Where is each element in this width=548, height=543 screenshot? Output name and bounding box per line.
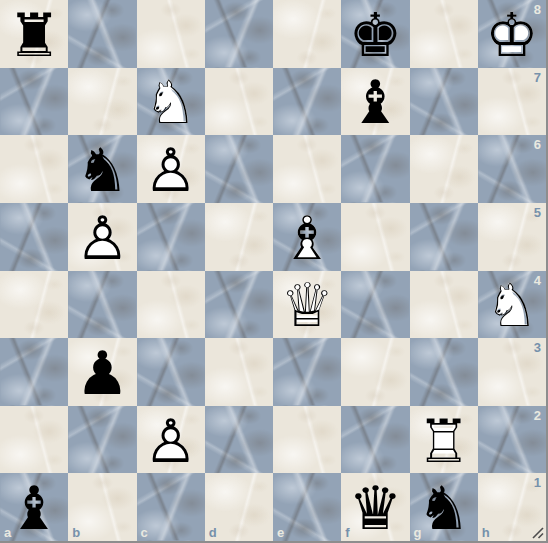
file-label-b: b [72, 525, 80, 540]
white-knight[interactable]: ♞♘ [137, 68, 205, 136]
square-e2[interactable] [273, 406, 341, 474]
square-a5[interactable] [0, 203, 68, 271]
square-g8[interactable] [410, 0, 478, 68]
white-rook-icon: ♖ [417, 411, 471, 471]
square-d1[interactable]: d [205, 473, 273, 541]
square-g4[interactable] [410, 271, 478, 339]
square-g5[interactable] [410, 203, 478, 271]
square-e5[interactable]: ♝♗ [273, 203, 341, 271]
square-a1[interactable]: a♝ [0, 473, 68, 541]
white-pawn[interactable]: ♟♙ [137, 135, 205, 203]
black-knight-icon: ♞ [75, 140, 129, 200]
white-queen-icon: ♕ [280, 275, 334, 335]
square-a7[interactable] [0, 68, 68, 136]
square-c8[interactable] [137, 0, 205, 68]
white-pawn[interactable]: ♟♙ [137, 406, 205, 474]
black-knight[interactable]: ♞ [410, 473, 478, 541]
white-queen[interactable]: ♛♕ [273, 271, 341, 339]
square-a4[interactable] [0, 271, 68, 339]
square-e3[interactable] [273, 338, 341, 406]
square-g6[interactable] [410, 135, 478, 203]
white-pawn-icon: ♙ [144, 140, 198, 200]
square-d7[interactable] [205, 68, 273, 136]
square-a2[interactable] [0, 406, 68, 474]
white-king-icon: ♔ [485, 5, 539, 65]
square-d3[interactable] [205, 338, 273, 406]
black-bishop-icon: ♝ [7, 478, 61, 538]
square-e1[interactable]: e [273, 473, 341, 541]
square-c7[interactable]: ♞♘ [137, 68, 205, 136]
rank-label-1: 1 [534, 475, 541, 490]
white-king[interactable]: ♚♔ [478, 0, 546, 68]
black-king[interactable]: ♚ [341, 0, 409, 68]
square-d2[interactable] [205, 406, 273, 474]
rank-label-5: 5 [534, 205, 541, 220]
square-f2[interactable] [341, 406, 409, 474]
square-c6[interactable]: ♟♙ [137, 135, 205, 203]
square-e8[interactable] [273, 0, 341, 68]
square-c2[interactable]: ♟♙ [137, 406, 205, 474]
black-queen-icon: ♛ [348, 478, 402, 538]
white-bishop-icon: ♗ [280, 208, 334, 268]
white-pawn[interactable]: ♟♙ [68, 203, 136, 271]
black-rook-icon: ♜ [7, 5, 61, 65]
board-resize-handle-icon[interactable] [529, 524, 544, 539]
square-b4[interactable] [68, 271, 136, 339]
square-h7[interactable]: 7 [478, 68, 546, 136]
square-d5[interactable] [205, 203, 273, 271]
rank-label-7: 7 [534, 70, 541, 85]
square-b2[interactable] [68, 406, 136, 474]
black-queen[interactable]: ♛ [341, 473, 409, 541]
square-h1[interactable]: 1h [478, 473, 546, 541]
square-b5[interactable]: ♟♙ [68, 203, 136, 271]
square-f6[interactable] [341, 135, 409, 203]
white-rook[interactable]: ♜♖ [410, 406, 478, 474]
black-bishop[interactable]: ♝ [0, 473, 68, 541]
square-g2[interactable]: ♜♖ [410, 406, 478, 474]
square-e7[interactable] [273, 68, 341, 136]
square-a8[interactable]: ♜ [0, 0, 68, 68]
square-c4[interactable] [137, 271, 205, 339]
square-d4[interactable] [205, 271, 273, 339]
file-label-d: d [209, 525, 217, 540]
black-knight-icon: ♞ [417, 478, 471, 538]
square-b8[interactable] [68, 0, 136, 68]
white-pawn-icon: ♙ [144, 411, 198, 471]
black-pawn[interactable]: ♟ [68, 338, 136, 406]
square-a3[interactable] [0, 338, 68, 406]
square-f7[interactable]: ♝ [341, 68, 409, 136]
black-bishop-icon: ♝ [348, 72, 402, 132]
black-knight[interactable]: ♞ [68, 135, 136, 203]
white-knight-icon: ♘ [485, 275, 539, 335]
square-d6[interactable] [205, 135, 273, 203]
black-rook[interactable]: ♜ [0, 0, 68, 68]
square-c3[interactable] [137, 338, 205, 406]
white-knight-icon: ♘ [144, 72, 198, 132]
square-b7[interactable] [68, 68, 136, 136]
rank-label-6: 6 [534, 137, 541, 152]
square-d8[interactable] [205, 0, 273, 68]
square-b1[interactable]: b [68, 473, 136, 541]
file-label-e: e [277, 525, 284, 540]
rank-label-3: 3 [534, 340, 541, 355]
square-f8[interactable]: ♚ [341, 0, 409, 68]
square-f4[interactable] [341, 271, 409, 339]
chess-board: ♜♚8♚♔♞♘♝7♞♟♙6♟♙♝♗5♛♕4♞♘♟3♟♙♜♖2a♝bcdef♛g♞… [0, 0, 546, 541]
square-h2[interactable]: 2 [478, 406, 546, 474]
square-b3[interactable]: ♟ [68, 338, 136, 406]
white-knight[interactable]: ♞♘ [478, 271, 546, 339]
square-g3[interactable] [410, 338, 478, 406]
black-pawn-icon: ♟ [75, 343, 129, 403]
square-c1[interactable]: c [137, 473, 205, 541]
square-h3[interactable]: 3 [478, 338, 546, 406]
file-label-c: c [141, 525, 148, 540]
white-bishop[interactable]: ♝♗ [273, 203, 341, 271]
square-f3[interactable] [341, 338, 409, 406]
square-f1[interactable]: f♛ [341, 473, 409, 541]
square-e6[interactable] [273, 135, 341, 203]
square-g7[interactable] [410, 68, 478, 136]
square-b6[interactable]: ♞ [68, 135, 136, 203]
square-c5[interactable] [137, 203, 205, 271]
square-h8[interactable]: 8♚♔ [478, 0, 546, 68]
square-h6[interactable]: 6 [478, 135, 546, 203]
black-king-icon: ♚ [348, 5, 402, 65]
square-h4[interactable]: 4♞♘ [478, 271, 546, 339]
file-label-h: h [482, 525, 490, 540]
rank-label-2: 2 [534, 408, 541, 423]
black-bishop[interactable]: ♝ [341, 68, 409, 136]
white-pawn-icon: ♙ [75, 208, 129, 268]
square-a6[interactable] [0, 135, 68, 203]
square-f5[interactable] [341, 203, 409, 271]
square-e4[interactable]: ♛♕ [273, 271, 341, 339]
square-h5[interactable]: 5 [478, 203, 546, 271]
square-g1[interactable]: g♞ [410, 473, 478, 541]
